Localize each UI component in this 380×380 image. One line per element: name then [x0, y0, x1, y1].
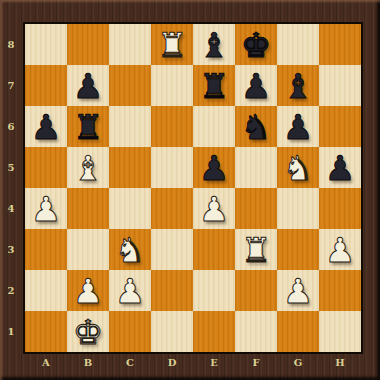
white-pawn: ♟	[199, 192, 229, 226]
white-bishop: ♝	[73, 151, 103, 185]
file-label-g: G	[277, 355, 319, 371]
square-g3[interactable]	[277, 229, 319, 270]
square-a3[interactable]	[25, 229, 67, 270]
square-e3[interactable]	[193, 229, 235, 270]
square-f3[interactable]: ♜	[235, 229, 277, 270]
black-bishop: ♝	[283, 69, 313, 103]
square-h3[interactable]: ♟	[319, 229, 361, 270]
square-a4[interactable]: ♟	[25, 188, 67, 229]
white-pawn: ♟	[283, 274, 313, 308]
rank-label-4: 4	[0, 188, 22, 229]
square-g2[interactable]: ♟	[277, 270, 319, 311]
square-h2[interactable]	[319, 270, 361, 311]
square-b1[interactable]: ♚	[67, 311, 109, 352]
square-h1[interactable]	[319, 311, 361, 352]
square-e7[interactable]: ♜	[193, 65, 235, 106]
square-h4[interactable]	[319, 188, 361, 229]
square-a5[interactable]	[25, 147, 67, 188]
square-h8[interactable]	[319, 24, 361, 65]
square-d2[interactable]	[151, 270, 193, 311]
square-h6[interactable]	[319, 106, 361, 147]
square-b6[interactable]: ♜	[67, 106, 109, 147]
square-g1[interactable]	[277, 311, 319, 352]
square-c5[interactable]	[109, 147, 151, 188]
white-pawn: ♟	[115, 274, 145, 308]
square-f4[interactable]	[235, 188, 277, 229]
rank-label-1: 1	[0, 311, 22, 352]
square-e2[interactable]	[193, 270, 235, 311]
square-d5[interactable]	[151, 147, 193, 188]
square-e1[interactable]	[193, 311, 235, 352]
rank-label-6: 6	[0, 106, 22, 147]
white-rook: ♜	[157, 28, 187, 62]
square-f7[interactable]: ♟	[235, 65, 277, 106]
square-e6[interactable]	[193, 106, 235, 147]
square-a1[interactable]	[25, 311, 67, 352]
square-c4[interactable]	[109, 188, 151, 229]
square-h5[interactable]: ♟	[319, 147, 361, 188]
file-label-c: C	[109, 355, 151, 371]
rank-label-8: 8	[0, 24, 22, 65]
black-rook: ♜	[199, 69, 229, 103]
square-b4[interactable]	[67, 188, 109, 229]
square-e8[interactable]: ♝	[193, 24, 235, 65]
black-pawn: ♟	[199, 151, 229, 185]
chessboard-screenshot: ♜♝♚♟♜♟♝♟♜♞♟♝♟♞♟♟♟♞♜♟♟♟♟♚ 87654321 ABCDEF…	[0, 0, 380, 380]
square-c6[interactable]	[109, 106, 151, 147]
square-d1[interactable]	[151, 311, 193, 352]
black-knight: ♞	[241, 110, 271, 144]
square-d8[interactable]: ♜	[151, 24, 193, 65]
square-c7[interactable]	[109, 65, 151, 106]
square-g7[interactable]: ♝	[277, 65, 319, 106]
white-pawn: ♟	[73, 274, 103, 308]
square-c2[interactable]: ♟	[109, 270, 151, 311]
square-a2[interactable]	[25, 270, 67, 311]
square-d3[interactable]	[151, 229, 193, 270]
file-label-h: H	[319, 355, 361, 371]
black-pawn: ♟	[241, 69, 271, 103]
file-label-f: F	[235, 355, 277, 371]
white-pawn: ♟	[325, 233, 355, 267]
square-d7[interactable]	[151, 65, 193, 106]
file-label-d: D	[151, 355, 193, 371]
square-b3[interactable]	[67, 229, 109, 270]
black-pawn: ♟	[31, 110, 61, 144]
rank-label-7: 7	[0, 65, 22, 106]
white-pawn: ♟	[31, 192, 61, 226]
square-g6[interactable]: ♟	[277, 106, 319, 147]
square-b8[interactable]	[67, 24, 109, 65]
square-f2[interactable]	[235, 270, 277, 311]
square-g8[interactable]	[277, 24, 319, 65]
rank-label-3: 3	[0, 229, 22, 270]
square-b2[interactable]: ♟	[67, 270, 109, 311]
white-knight: ♞	[115, 233, 145, 267]
square-a6[interactable]: ♟	[25, 106, 67, 147]
square-c3[interactable]: ♞	[109, 229, 151, 270]
rank-label-2: 2	[0, 270, 22, 311]
file-label-a: A	[25, 355, 67, 371]
white-rook: ♜	[241, 233, 271, 267]
square-d6[interactable]	[151, 106, 193, 147]
square-g4[interactable]	[277, 188, 319, 229]
square-b5[interactable]: ♝	[67, 147, 109, 188]
square-g5[interactable]: ♞	[277, 147, 319, 188]
rank-label-5: 5	[0, 147, 22, 188]
black-pawn: ♟	[325, 151, 355, 185]
black-king: ♚	[241, 28, 271, 62]
square-f6[interactable]: ♞	[235, 106, 277, 147]
black-pawn: ♟	[73, 69, 103, 103]
square-e4[interactable]: ♟	[193, 188, 235, 229]
square-h7[interactable]	[319, 65, 361, 106]
square-f8[interactable]: ♚	[235, 24, 277, 65]
black-rook: ♜	[73, 110, 103, 144]
file-label-b: B	[67, 355, 109, 371]
square-c8[interactable]	[109, 24, 151, 65]
square-f1[interactable]	[235, 311, 277, 352]
square-c1[interactable]	[109, 311, 151, 352]
black-bishop: ♝	[199, 28, 229, 62]
square-d4[interactable]	[151, 188, 193, 229]
square-a7[interactable]	[25, 65, 67, 106]
square-a8[interactable]	[25, 24, 67, 65]
white-king: ♚	[73, 315, 103, 349]
square-e5[interactable]: ♟	[193, 147, 235, 188]
white-knight: ♞	[283, 151, 313, 185]
chess-board: ♜♝♚♟♜♟♝♟♜♞♟♝♟♞♟♟♟♞♜♟♟♟♟♚	[23, 22, 363, 354]
square-f5[interactable]	[235, 147, 277, 188]
square-b7[interactable]: ♟	[67, 65, 109, 106]
black-pawn: ♟	[283, 110, 313, 144]
file-label-e: E	[193, 355, 235, 371]
